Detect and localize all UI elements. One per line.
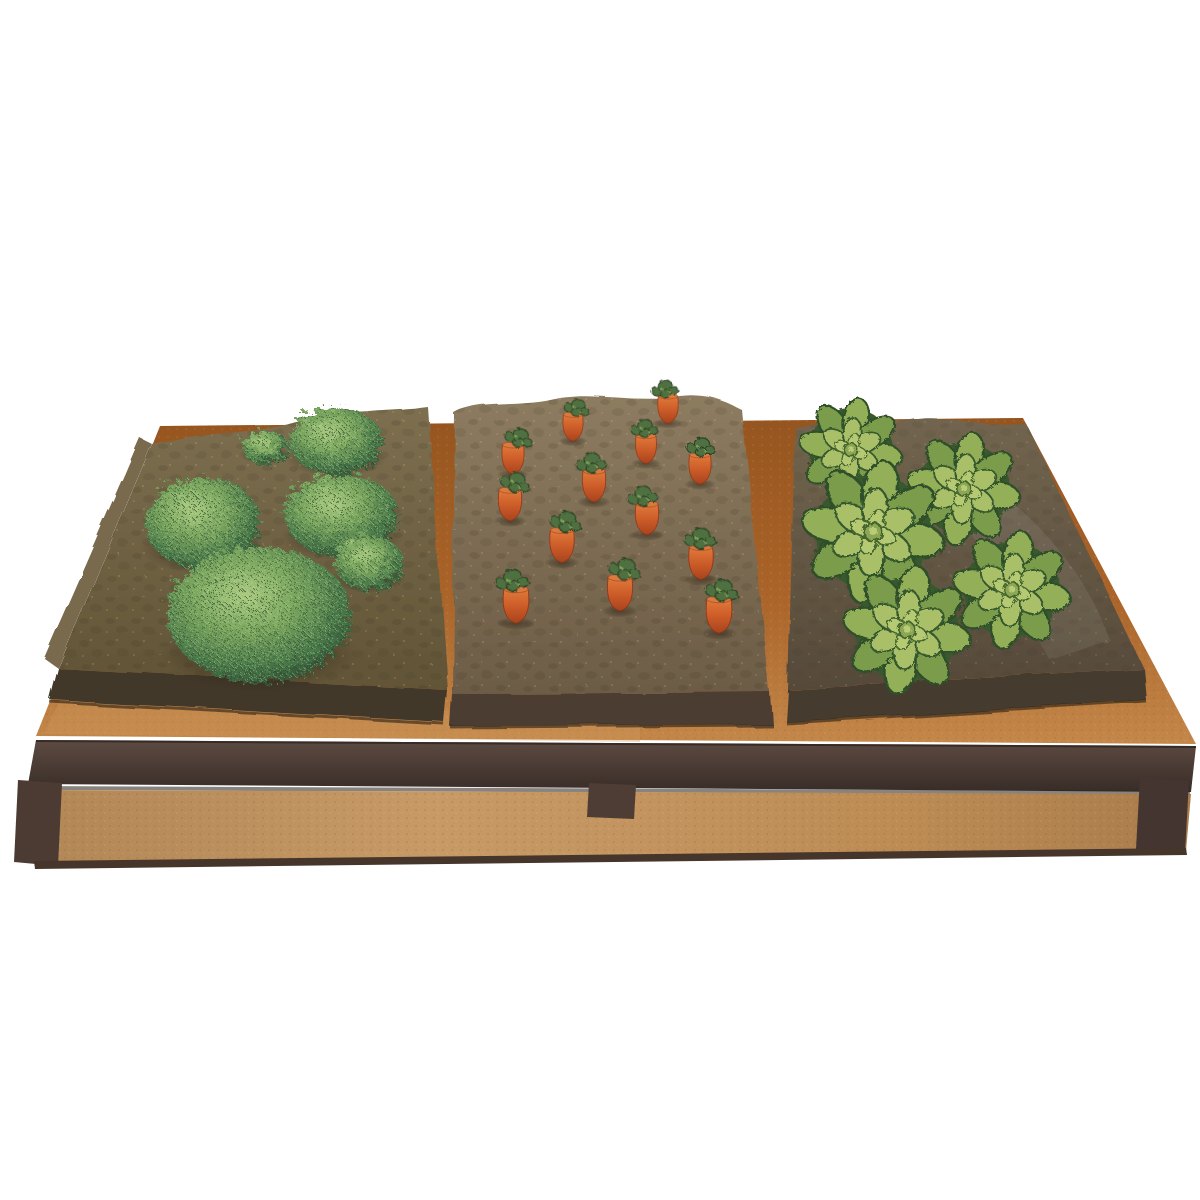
bush xyxy=(286,405,380,471)
carrot xyxy=(684,437,716,490)
bush xyxy=(238,427,286,461)
left-corner-post xyxy=(14,780,62,866)
right-corner-post xyxy=(1136,777,1189,852)
bush xyxy=(332,532,400,588)
garden-tray-illustration: Miniature vegetable garden terrain piece… xyxy=(0,0,1200,1200)
joint-tab xyxy=(587,783,636,819)
miniature-garden-photo: Miniature vegetable garden terrain piece… xyxy=(0,0,1200,1200)
bush xyxy=(164,544,348,680)
plot-middle-carrots xyxy=(450,395,772,727)
